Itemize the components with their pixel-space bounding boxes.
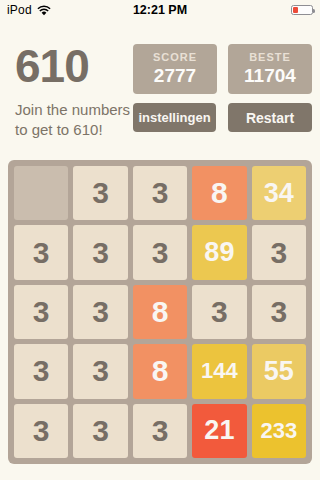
score-box: SCORE 2777	[133, 44, 217, 94]
game-subtitle: Join the numbers to get to 610!	[15, 100, 130, 139]
tile-21: 21	[192, 404, 246, 458]
tile-3: 3	[73, 285, 127, 339]
tile-3: 3	[14, 404, 68, 458]
board[interactable]: 33834333893338333381445533321233	[8, 160, 312, 464]
tile-3: 3	[73, 404, 127, 458]
status-bar: iPod 12:21 PM	[0, 0, 320, 20]
best-score-box: BESTE 11704	[228, 44, 312, 94]
tile-3: 3	[252, 285, 306, 339]
settings-button[interactable]: instellingen	[133, 103, 216, 132]
tile-3: 3	[133, 225, 187, 279]
subtitle-line-2: to get to 610!	[15, 120, 130, 140]
score-label: SCORE	[133, 51, 217, 63]
tile-89: 89	[192, 225, 246, 279]
empty-cell	[14, 166, 68, 220]
tile-3: 3	[133, 166, 187, 220]
app-screen: iPod 12:21 PM 610 Join the numbers to ge…	[0, 0, 320, 480]
clock: 12:21 PM	[0, 3, 320, 17]
subtitle-line-1: Join the numbers	[15, 100, 130, 120]
tile-144: 144	[192, 344, 246, 398]
tile-3: 3	[14, 225, 68, 279]
score-value: 2777	[133, 65, 217, 87]
tile-55: 55	[252, 344, 306, 398]
restart-button[interactable]: Restart	[228, 103, 312, 132]
tile-8: 8	[133, 285, 187, 339]
tile-3: 3	[133, 404, 187, 458]
tile-3: 3	[73, 225, 127, 279]
tile-3: 3	[14, 285, 68, 339]
battery-icon	[291, 5, 313, 15]
tile-8: 8	[133, 344, 187, 398]
tile-3: 3	[73, 344, 127, 398]
tile-3: 3	[73, 166, 127, 220]
tile-3: 3	[252, 225, 306, 279]
tile-8: 8	[192, 166, 246, 220]
best-value: 11704	[228, 65, 312, 87]
best-label: BESTE	[228, 51, 312, 63]
battery-fill	[293, 7, 298, 13]
tile-34: 34	[252, 166, 306, 220]
tile-3: 3	[14, 344, 68, 398]
battery-nub	[313, 9, 315, 13]
tile-233: 233	[252, 404, 306, 458]
tile-3: 3	[192, 285, 246, 339]
game-title: 610	[15, 38, 89, 94]
